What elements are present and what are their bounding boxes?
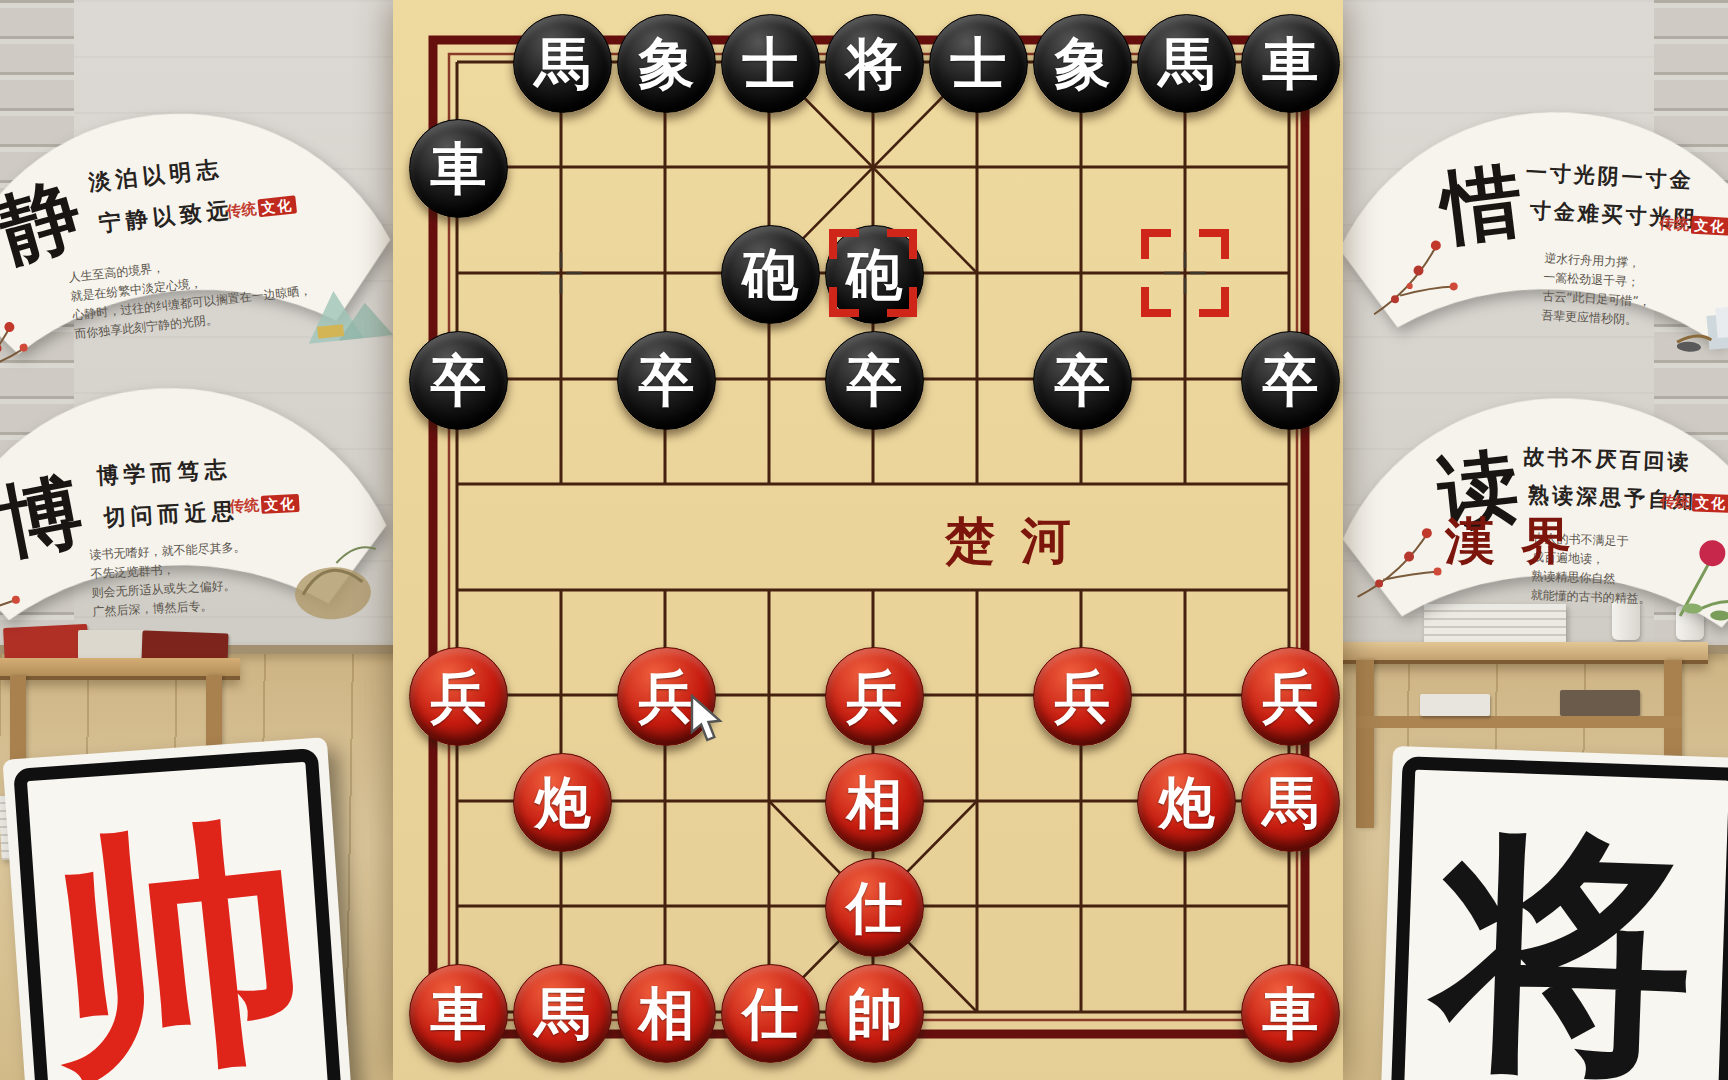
red-general-character: 帅 [38, 808, 318, 1080]
piece-bP[interactable]: 卒 [825, 331, 924, 430]
black-side-card: 将 [1379, 746, 1728, 1080]
piece-rN[interactable]: 馬 [513, 964, 612, 1063]
piece-bP[interactable]: 卒 [1241, 331, 1340, 430]
river-label-chu-he: 楚河 [945, 508, 1097, 575]
culture-badge: 传统文化 [1660, 491, 1728, 513]
piece-bP[interactable]: 卒 [617, 331, 716, 430]
piece-rK[interactable]: 帥 [825, 964, 924, 1063]
wall-fan-bo: 博 博学而笃志 切问而近思 传统文化 读书无嗜好，就不能尽其多。不先泛览群书，则… [0, 360, 402, 684]
piece-bB[interactable]: 象 [1033, 14, 1132, 113]
xiangqi-board[interactable]: 楚河 漢界 馬象士将士象馬車車砲砲卒卒卒卒卒兵兵兵兵兵炮相炮馬仕車馬相仕帥車 [393, 0, 1343, 1080]
marker-last-move-to [829, 229, 917, 317]
red-side-card: 帅 [2, 737, 354, 1080]
piece-bK[interactable]: 将 [825, 14, 924, 113]
wall-fan-xi: 惜 一寸光阴一寸金 寸金难买寸光阴 传统文化 逆水行舟用力撑，一篙松劲退千寻；古… [1324, 84, 1728, 408]
flowers-art [1650, 515, 1728, 629]
river-label-han-jie: 漢界 [1445, 508, 1597, 575]
piece-bR[interactable]: 車 [1241, 14, 1340, 113]
fan-motto-line1: 故书不厌百回读 [1523, 443, 1692, 477]
white-book [1420, 694, 1490, 716]
piece-bA[interactable]: 士 [721, 14, 820, 113]
plum-branch-art [1364, 204, 1490, 330]
fan-paragraph: 读书无嗜好，就不能尽其多。不先泛览群书，则会无所适从或失之偏好。广然后深，博然后… [89, 538, 249, 622]
plum-branch-art [0, 528, 54, 644]
culture-badge: 传统文化 [229, 493, 300, 517]
rock-art [275, 530, 390, 626]
landscape-art [293, 275, 400, 355]
piece-bP[interactable]: 卒 [1033, 331, 1132, 430]
piece-rP[interactable]: 兵 [1241, 647, 1340, 746]
piece-rN[interactable]: 馬 [1241, 753, 1340, 852]
piece-bA[interactable]: 士 [929, 14, 1028, 113]
black-general-character: 将 [1434, 820, 1698, 1080]
piece-rC[interactable]: 炮 [1137, 753, 1236, 852]
marker-last-move-from [1141, 229, 1229, 317]
piece-rA[interactable]: 仕 [721, 964, 820, 1063]
piece-rR[interactable]: 車 [1241, 964, 1340, 1063]
piece-rB[interactable]: 相 [825, 753, 924, 852]
piece-rB[interactable]: 相 [617, 964, 716, 1063]
piece-bN[interactable]: 馬 [513, 14, 612, 113]
culture-badge: 传统文化 [1659, 213, 1728, 237]
piece-bC[interactable]: 砲 [721, 225, 820, 324]
piece-rP[interactable]: 兵 [1033, 647, 1132, 746]
piece-bB[interactable]: 象 [617, 14, 716, 113]
piece-rP[interactable]: 兵 [409, 647, 508, 746]
mouse-cursor [690, 694, 730, 746]
piece-rR[interactable]: 車 [409, 964, 508, 1063]
piece-bR[interactable]: 車 [409, 119, 508, 218]
piece-bP[interactable]: 卒 [409, 331, 508, 430]
books-pen-art [1666, 280, 1728, 366]
piece-rC[interactable]: 炮 [513, 753, 612, 852]
piece-bN[interactable]: 馬 [1137, 14, 1236, 113]
piece-rA[interactable]: 仕 [825, 858, 924, 957]
dark-box [1560, 690, 1640, 716]
fan-paragraph: 逆水行舟用力撑，一篙松劲退千寻；古云“此日足可惜”，吾辈更应惜秒阴。 [1541, 249, 1653, 331]
piece-rP[interactable]: 兵 [825, 647, 924, 746]
